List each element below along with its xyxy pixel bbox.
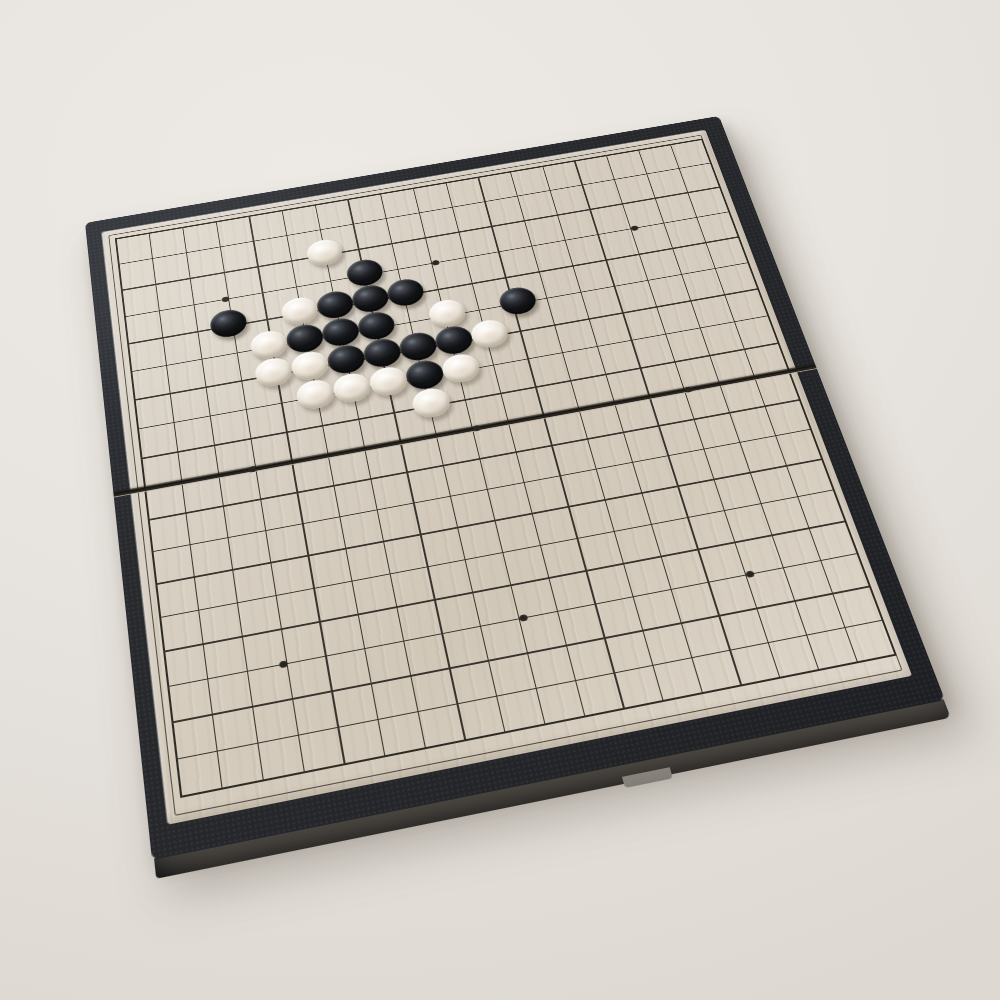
stone-black[interactable] [209,307,249,339]
board-frame [85,116,945,860]
star-point [684,386,693,393]
star-point [519,614,528,622]
stone-black[interactable] [356,309,397,341]
star-point [432,260,440,266]
stone-black[interactable] [285,322,326,355]
stone-white[interactable] [440,351,483,384]
stone-black[interactable] [345,257,385,288]
stone-white[interactable] [469,317,511,350]
stone-white[interactable] [295,377,337,411]
stone-white[interactable] [253,355,294,388]
stone-black[interactable] [326,343,368,376]
go-board[interactable] [85,116,945,860]
stone-black[interactable] [433,324,475,357]
stone-white[interactable] [280,295,320,327]
stone-black[interactable] [397,330,439,363]
star-point [630,225,638,231]
star-point [745,570,755,578]
stone-white[interactable] [427,297,469,329]
stone-white[interactable] [290,349,331,382]
star-point [249,466,257,473]
stone-white[interactable] [410,386,453,420]
star-point [222,296,230,302]
stone-white[interactable] [249,328,290,361]
latch-tab [622,767,673,788]
stone-black[interactable] [350,283,391,315]
stone-black[interactable] [315,289,356,321]
stone-white[interactable] [305,237,345,268]
stone-black[interactable] [362,336,404,369]
stone-black[interactable] [497,285,539,317]
stone-white[interactable] [367,364,409,398]
stone-black[interactable] [385,277,426,309]
stone-black[interactable] [320,316,361,348]
stone-black[interactable] [404,358,447,392]
star-point [279,660,288,668]
star-point [473,425,482,432]
goban-grid[interactable] [98,125,922,820]
stone-white[interactable] [331,371,373,405]
photo-background [0,0,1000,1000]
